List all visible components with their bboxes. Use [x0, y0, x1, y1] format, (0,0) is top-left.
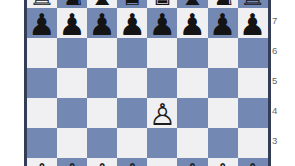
square-d4[interactable] [117, 98, 147, 128]
square-d7[interactable]: ♟ [117, 8, 147, 38]
square-f3[interactable] [177, 128, 207, 158]
white-pawn-icon: ♙ [27, 160, 57, 166]
square-f4[interactable] [177, 98, 207, 128]
square-b5[interactable] [57, 68, 87, 98]
square-f2[interactable]: ♙ [177, 158, 207, 166]
square-f7[interactable]: ♟ [177, 8, 207, 38]
black-pawn-icon: ♟ [177, 9, 207, 39]
square-a2[interactable]: ♙ [27, 158, 57, 166]
square-c7[interactable]: ♟ [87, 8, 117, 38]
square-a6[interactable] [27, 38, 57, 68]
square-e2[interactable] [147, 158, 177, 166]
square-d3[interactable] [117, 128, 147, 158]
square-b3[interactable] [57, 128, 87, 158]
square-h5[interactable] [238, 68, 268, 98]
white-pawn-icon: ♙ [57, 160, 87, 166]
square-c5[interactable] [87, 68, 117, 98]
square-d8[interactable]: ♛ [117, 0, 147, 8]
square-c4[interactable] [87, 98, 117, 128]
square-d2[interactable]: ♙ [117, 158, 147, 166]
square-g7[interactable]: ♟ [208, 8, 238, 38]
square-g5[interactable] [208, 68, 238, 98]
rank-label-4: 4 [272, 105, 290, 116]
black-pawn-icon: ♟ [208, 9, 238, 39]
square-f8[interactable]: ♝ [177, 0, 207, 8]
black-pawn-icon: ♟ [87, 9, 117, 39]
square-h8[interactable]: ♜ [238, 0, 268, 8]
white-pawn-icon: ♙ [238, 160, 268, 166]
square-g6[interactable] [208, 38, 238, 68]
square-a4[interactable] [27, 98, 57, 128]
black-pawn-icon: ♟ [117, 9, 147, 39]
black-pawn-icon: ♟ [27, 9, 57, 39]
square-a3[interactable] [27, 128, 57, 158]
square-g2[interactable]: ♙ [208, 158, 238, 166]
square-h7[interactable]: ♟ [238, 8, 268, 38]
square-e7[interactable]: ♟ [147, 8, 177, 38]
square-f6[interactable] [177, 38, 207, 68]
square-a5[interactable] [27, 68, 57, 98]
square-f5[interactable] [177, 68, 207, 98]
square-h2[interactable]: ♙ [238, 158, 268, 166]
square-e6[interactable] [147, 38, 177, 68]
white-pawn-icon: ♙ [147, 100, 177, 130]
square-d6[interactable] [117, 38, 147, 68]
square-e5[interactable] [147, 68, 177, 98]
rank-label-7: 7 [272, 15, 290, 26]
square-a7[interactable]: ♟ [27, 8, 57, 38]
rank-label-6: 6 [272, 45, 290, 56]
square-c2[interactable]: ♙ [87, 158, 117, 166]
square-b4[interactable] [57, 98, 87, 128]
black-pawn-icon: ♟ [147, 9, 177, 39]
white-pawn-icon: ♙ [117, 160, 147, 166]
white-pawn-icon: ♙ [87, 160, 117, 166]
black-pawn-icon: ♟ [238, 9, 268, 39]
rank-label-5: 5 [272, 75, 290, 86]
square-h6[interactable] [238, 38, 268, 68]
square-g8[interactable]: ♞ [208, 0, 238, 8]
black-pawn-icon: ♟ [57, 9, 87, 39]
rank-label-3: 3 [272, 135, 290, 146]
square-b7[interactable]: ♟ [57, 8, 87, 38]
square-g3[interactable] [208, 128, 238, 158]
square-h3[interactable] [238, 128, 268, 158]
square-b6[interactable] [57, 38, 87, 68]
chess-diagram: ♜♞♝♛♚♝♞♜♟♟♟♟♟♟♟♟♙♙♙♙♙♙♙♙♖♘♗♕♔♗♘♖ 76543 [0, 0, 295, 166]
white-pawn-icon: ♙ [177, 160, 207, 166]
square-e3[interactable] [147, 128, 177, 158]
square-b8[interactable]: ♞ [57, 0, 87, 8]
square-c6[interactable] [87, 38, 117, 68]
square-e8[interactable]: ♚ [147, 0, 177, 8]
square-h4[interactable] [238, 98, 268, 128]
board-grid: ♜♞♝♛♚♝♞♜♟♟♟♟♟♟♟♟♙♙♙♙♙♙♙♙♖♘♗♕♔♗♘♖ [27, 0, 268, 166]
square-e4[interactable]: ♙ [147, 98, 177, 128]
white-pawn-icon: ♙ [208, 160, 238, 166]
square-c8[interactable]: ♝ [87, 0, 117, 8]
square-b2[interactable]: ♙ [57, 158, 87, 166]
square-a8[interactable]: ♜ [27, 0, 57, 8]
chess-board: ♜♞♝♛♚♝♞♜♟♟♟♟♟♟♟♟♙♙♙♙♙♙♙♙♖♘♗♕♔♗♘♖ [24, 0, 271, 166]
square-g4[interactable] [208, 98, 238, 128]
square-d5[interactable] [117, 68, 147, 98]
square-c3[interactable] [87, 128, 117, 158]
